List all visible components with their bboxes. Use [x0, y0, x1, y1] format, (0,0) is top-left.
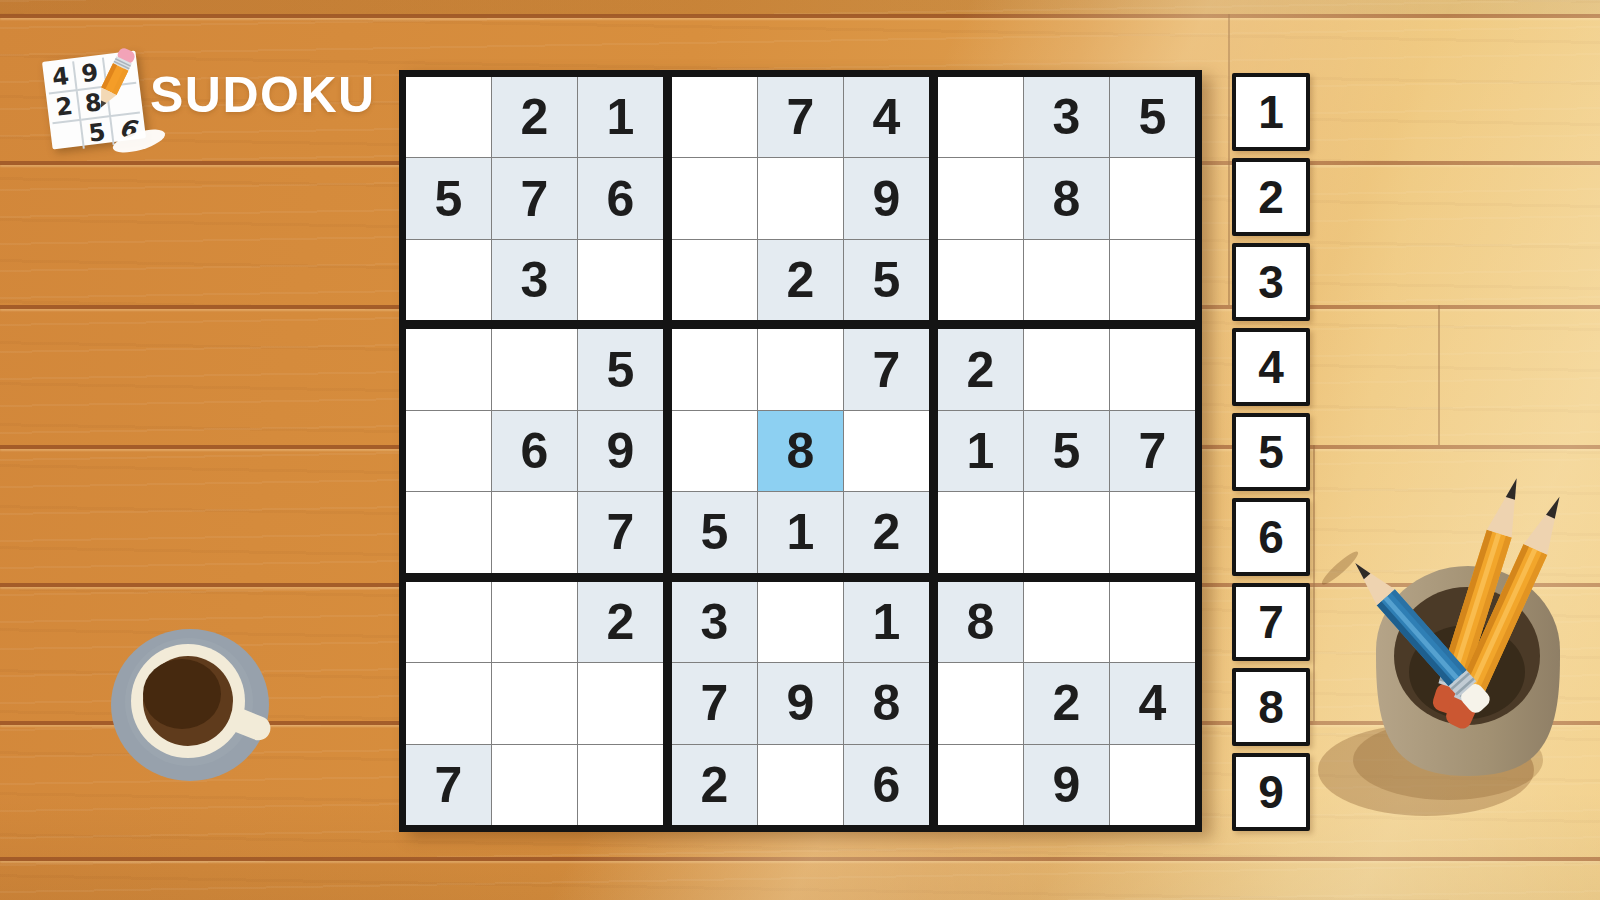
cell-r5c6[interactable]	[844, 411, 929, 491]
cell-r6c8[interactable]	[1024, 492, 1109, 572]
sudoku-app: 492856 SUDOKU 21743557698325572698	[0, 0, 1600, 900]
cell-r9c8[interactable]: 9	[1024, 745, 1109, 825]
cell-r5c2[interactable]: 6	[492, 411, 577, 491]
box-divider-horizontal	[405, 320, 1196, 329]
cell-r4c7[interactable]: 2	[938, 329, 1023, 409]
cell-r5c7[interactable]: 1	[938, 411, 1023, 491]
cell-r3c5[interactable]: 2	[758, 240, 843, 320]
cell-r2c1[interactable]: 5	[406, 158, 491, 238]
cell-r4c5[interactable]	[758, 329, 843, 409]
cell-r4c2[interactable]	[492, 329, 577, 409]
cell-r8c8[interactable]: 2	[1024, 663, 1109, 743]
app-title: SUDOKU	[150, 70, 376, 120]
box-divider-horizontal	[405, 573, 1196, 582]
cell-r5c4[interactable]	[672, 411, 757, 491]
cell-r6c5[interactable]: 1	[758, 492, 843, 572]
cell-r2c6[interactable]: 9	[844, 158, 929, 238]
cell-r3c6[interactable]: 5	[844, 240, 929, 320]
cell-r5c5[interactable]: 8	[758, 411, 843, 491]
cell-r1c7[interactable]	[938, 77, 1023, 157]
cell-r9c1[interactable]: 7	[406, 745, 491, 825]
cell-r9c7[interactable]	[938, 745, 1023, 825]
cell-r8c2[interactable]	[492, 663, 577, 743]
cell-r3c7[interactable]	[938, 240, 1023, 320]
sudoku-board-frame: 2174355769832557269815775122318798247269	[399, 70, 1202, 832]
cell-r8c6[interactable]: 8	[844, 663, 929, 743]
cell-r3c2[interactable]: 3	[492, 240, 577, 320]
coffee-cup-icon	[98, 608, 283, 793]
palette-number-2[interactable]: 2	[1232, 158, 1310, 236]
cell-r1c4[interactable]	[672, 77, 757, 157]
palette-number-1[interactable]: 1	[1232, 73, 1310, 151]
cell-r9c5[interactable]	[758, 745, 843, 825]
cell-r2c4[interactable]	[672, 158, 757, 238]
plank-joint	[1438, 305, 1440, 445]
cell-r3c4[interactable]	[672, 240, 757, 320]
cell-r2c2[interactable]: 7	[492, 158, 577, 238]
cell-r5c3[interactable]: 9	[578, 411, 663, 491]
box-divider-vertical	[663, 76, 672, 826]
cell-r6c7[interactable]	[938, 492, 1023, 572]
cell-r7c4[interactable]: 3	[672, 582, 757, 662]
cell-r7c5[interactable]	[758, 582, 843, 662]
cell-r7c6[interactable]: 1	[844, 582, 929, 662]
cell-r5c8[interactable]: 5	[1024, 411, 1109, 491]
cell-r6c2[interactable]	[492, 492, 577, 572]
cell-r4c1[interactable]	[406, 329, 491, 409]
cell-r6c1[interactable]	[406, 492, 491, 572]
palette-number-5[interactable]: 5	[1232, 413, 1310, 491]
cell-r3c3[interactable]	[578, 240, 663, 320]
cell-r9c9[interactable]	[1110, 745, 1195, 825]
cell-r1c2[interactable]: 2	[492, 77, 577, 157]
cell-r1c1[interactable]	[406, 77, 491, 157]
palette-number-9[interactable]: 9	[1232, 753, 1310, 831]
cell-r7c3[interactable]: 2	[578, 582, 663, 662]
cell-r7c1[interactable]	[406, 582, 491, 662]
cell-r4c4[interactable]	[672, 329, 757, 409]
palette-number-6[interactable]: 6	[1232, 498, 1310, 576]
cell-r3c9[interactable]	[1110, 240, 1195, 320]
cell-r8c7[interactable]	[938, 663, 1023, 743]
plank-seam	[0, 14, 1600, 18]
cell-r3c1[interactable]	[406, 240, 491, 320]
cell-r6c6[interactable]: 2	[844, 492, 929, 572]
plank-joint	[1228, 14, 1230, 305]
palette-number-8[interactable]: 8	[1232, 668, 1310, 746]
cell-r7c7[interactable]: 8	[938, 582, 1023, 662]
palette-number-4[interactable]: 4	[1232, 328, 1310, 406]
cell-r7c8[interactable]	[1024, 582, 1109, 662]
cell-r1c6[interactable]: 4	[844, 77, 929, 157]
cell-r1c9[interactable]: 5	[1110, 77, 1195, 157]
cell-r1c8[interactable]: 3	[1024, 77, 1109, 157]
palette-number-3[interactable]: 3	[1232, 243, 1310, 321]
cell-r4c6[interactable]: 7	[844, 329, 929, 409]
plank-joint	[1313, 445, 1315, 721]
app-logo: 492856 SUDOKU	[38, 44, 383, 174]
sudoku-board: 2174355769832557269815775122318798247269	[406, 77, 1195, 825]
cell-r2c3[interactable]: 6	[578, 158, 663, 238]
cell-r4c3[interactable]: 5	[578, 329, 663, 409]
cell-r2c7[interactable]	[938, 158, 1023, 238]
cell-r8c5[interactable]: 9	[758, 663, 843, 743]
cell-r8c4[interactable]: 7	[672, 663, 757, 743]
cell-r7c9[interactable]	[1110, 582, 1195, 662]
number-palette: 123456789	[1232, 73, 1310, 831]
cell-r2c9[interactable]	[1110, 158, 1195, 238]
cell-r4c9[interactable]	[1110, 329, 1195, 409]
pencil-holder-icon	[1318, 438, 1600, 883]
cell-r9c3[interactable]	[578, 745, 663, 825]
cell-r2c8[interactable]: 8	[1024, 158, 1109, 238]
cell-r6c9[interactable]	[1110, 492, 1195, 572]
cell-r8c1[interactable]	[406, 663, 491, 743]
cell-r6c3[interactable]: 7	[578, 492, 663, 572]
cell-r9c6[interactable]: 6	[844, 745, 929, 825]
cell-r7c2[interactable]	[492, 582, 577, 662]
cell-r8c9[interactable]: 4	[1110, 663, 1195, 743]
cell-r3c8[interactable]	[1024, 240, 1109, 320]
box-divider-vertical	[929, 76, 938, 826]
cell-r9c4[interactable]: 2	[672, 745, 757, 825]
cell-r9c2[interactable]	[492, 745, 577, 825]
cell-r2c5[interactable]	[758, 158, 843, 238]
palette-number-7[interactable]: 7	[1232, 583, 1310, 661]
cell-r4c8[interactable]	[1024, 329, 1109, 409]
cell-r1c5[interactable]: 7	[758, 77, 843, 157]
cell-r5c1[interactable]	[406, 411, 491, 491]
cell-r1c3[interactable]: 1	[578, 77, 663, 157]
cell-r8c3[interactable]	[578, 663, 663, 743]
cell-r6c4[interactable]: 5	[672, 492, 757, 572]
cell-r5c9[interactable]: 7	[1110, 411, 1195, 491]
